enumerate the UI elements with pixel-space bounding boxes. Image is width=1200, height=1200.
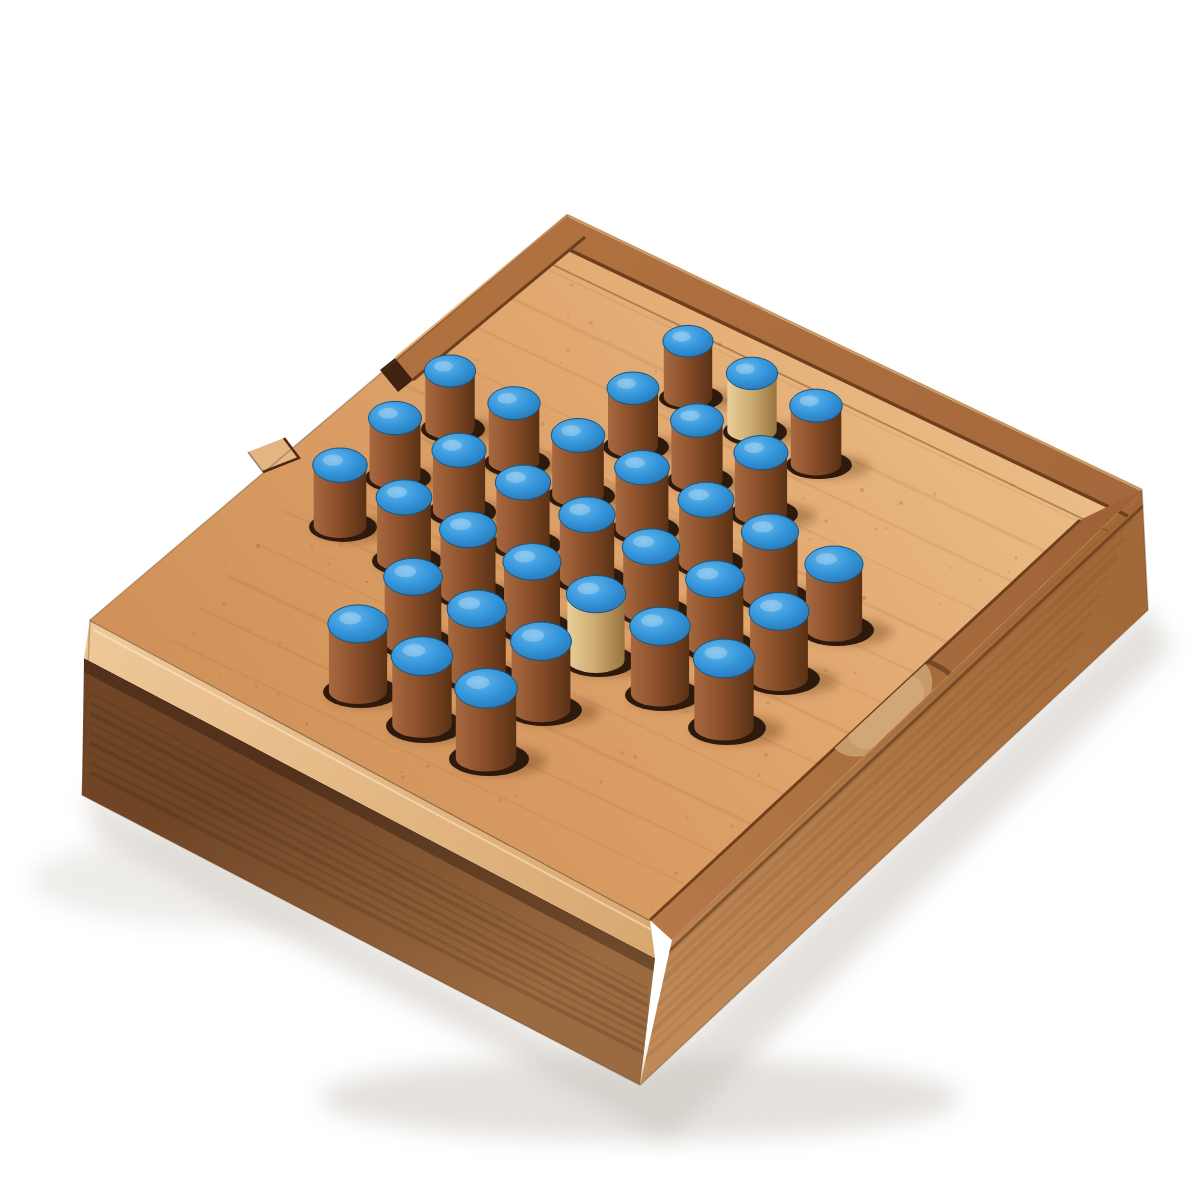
- peg-top-highlight: [458, 597, 480, 609]
- peg-top-blue: [391, 637, 453, 676]
- peg-top-blue: [805, 546, 863, 583]
- peg-top-blue: [551, 419, 605, 453]
- peg-top-blue: [790, 389, 843, 422]
- peg-top-highlight: [800, 395, 819, 406]
- peg-top-blue: [607, 372, 659, 405]
- peg-top-highlight: [466, 676, 489, 689]
- peg-top-highlight: [625, 457, 645, 468]
- peg-top-highlight: [498, 393, 517, 404]
- peg-top-highlight: [577, 583, 599, 595]
- peg-top-blue: [495, 465, 550, 500]
- peg-top-blue: [384, 558, 443, 595]
- peg-top-highlight: [672, 332, 691, 342]
- peg-top-blue: [424, 355, 475, 387]
- peg-top-blue: [622, 529, 680, 565]
- peg-top-highlight: [744, 442, 764, 453]
- peg-top-blue: [663, 325, 713, 357]
- peg-top-highlight: [403, 644, 426, 657]
- peg-top-highlight: [522, 629, 545, 641]
- peg-top-blue: [566, 575, 625, 612]
- product-photo-peg-solitaire: [0, 0, 1200, 1200]
- peg-top-blue: [686, 561, 745, 598]
- peg-top-highlight: [450, 519, 471, 531]
- peg-top-blue: [615, 450, 670, 484]
- peg-top-blue: [693, 639, 755, 678]
- peg-top-blue: [559, 497, 615, 533]
- peg-top-highlight: [569, 504, 590, 516]
- peg-top-blue: [671, 404, 724, 437]
- peg-top-highlight: [395, 565, 417, 577]
- peg-top-blue: [447, 590, 507, 628]
- peg-top-highlight: [688, 489, 709, 500]
- peg-top-blue: [503, 544, 561, 581]
- peg-top-highlight: [697, 568, 719, 580]
- peg-top-highlight: [641, 615, 663, 627]
- peg-top-blue: [741, 514, 798, 550]
- peg-top-highlight: [736, 364, 755, 374]
- peg-top-highlight: [752, 521, 773, 533]
- peg-top-blue: [749, 593, 809, 631]
- peg-top-blue: [376, 480, 432, 515]
- peg-top-highlight: [617, 378, 636, 389]
- peg-top-blue: [678, 482, 734, 517]
- peg-top-highlight: [323, 455, 343, 466]
- peg-top-blue: [726, 357, 777, 389]
- peg-top-highlight: [561, 425, 581, 436]
- peg-top-blue: [455, 669, 518, 709]
- peg-top-highlight: [339, 612, 361, 624]
- peg-top-highlight: [760, 600, 782, 612]
- peg-top-highlight: [633, 536, 654, 548]
- peg-top-highlight: [506, 472, 526, 483]
- peg-top-blue: [313, 448, 368, 482]
- peg-top-highlight: [442, 440, 462, 451]
- peg-top-highlight: [680, 410, 700, 421]
- peg-top-blue: [488, 387, 540, 420]
- peg-top-highlight: [387, 487, 408, 498]
- peg-top-blue: [734, 436, 788, 470]
- peg-top-highlight: [816, 553, 838, 565]
- peg-top-blue: [440, 512, 497, 548]
- peg-top-blue: [511, 622, 572, 660]
- peg-top-blue: [432, 433, 486, 467]
- peg-top-highlight: [705, 647, 728, 660]
- peg-top-highlight: [514, 551, 536, 563]
- solitaire-board-photo: [0, 0, 1200, 1200]
- peg-top-blue: [328, 605, 388, 643]
- peg-top-blue: [630, 607, 691, 645]
- peg-top-blue: [369, 401, 422, 434]
- peg-top-highlight: [378, 408, 398, 419]
- peg-top-highlight: [434, 361, 453, 371]
